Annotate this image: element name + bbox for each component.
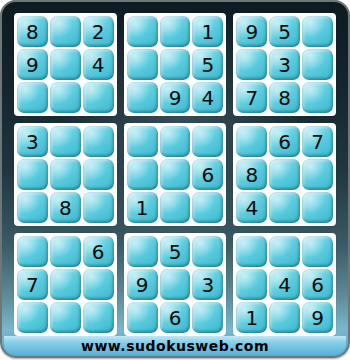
cell-r5c9[interactable] [302, 159, 333, 190]
cell-r9c8[interactable] [269, 302, 300, 333]
cell-r1c8[interactable]: 5 [269, 16, 300, 47]
cell-r5c6[interactable]: 6 [192, 159, 223, 190]
box-3: 38 [14, 123, 117, 226]
cell-r2c9[interactable] [302, 49, 333, 80]
cell-r2c5[interactable] [160, 49, 191, 80]
cell-r1c3[interactable]: 2 [83, 16, 114, 47]
cell-r7c4[interactable] [127, 236, 158, 267]
cell-r6c6[interactable] [192, 192, 223, 223]
cell-r9c5[interactable]: 6 [160, 302, 191, 333]
cell-r4c7[interactable] [236, 126, 267, 157]
cell-r8c2[interactable] [50, 269, 81, 300]
cell-r4c1[interactable]: 3 [17, 126, 48, 157]
cell-r9c3[interactable] [83, 302, 114, 333]
box-1: 1594 [124, 13, 227, 116]
cell-r2c7[interactable] [236, 49, 267, 80]
cell-r9c4[interactable] [127, 302, 158, 333]
website-url[interactable]: www.sudokusweb.com [81, 338, 269, 354]
cell-r1c6[interactable]: 1 [192, 16, 223, 47]
cell-r6c5[interactable] [160, 192, 191, 223]
cell-r1c7[interactable]: 9 [236, 16, 267, 47]
cell-r1c9[interactable] [302, 16, 333, 47]
cell-r4c4[interactable] [127, 126, 158, 157]
cell-r1c5[interactable] [160, 16, 191, 47]
cell-r2c4[interactable] [127, 49, 158, 80]
box-5: 6784 [233, 123, 336, 226]
cell-r3c7[interactable]: 7 [236, 82, 267, 113]
cell-r6c4[interactable]: 1 [127, 192, 158, 223]
sudoku-puzzle-image: 8294 1594 95378 38 61 6784 67 5936 4619 … [0, 0, 350, 360]
cell-r3c6[interactable]: 4 [192, 82, 223, 113]
cell-r2c1[interactable]: 9 [17, 49, 48, 80]
cell-r5c3[interactable] [83, 159, 114, 190]
cell-r9c2[interactable] [50, 302, 81, 333]
cell-r7c8[interactable] [269, 236, 300, 267]
cell-r5c5[interactable] [160, 159, 191, 190]
cell-r8c3[interactable] [83, 269, 114, 300]
box-2: 95378 [233, 13, 336, 116]
cell-r4c3[interactable] [83, 126, 114, 157]
box-8: 4619 [233, 233, 336, 336]
cell-r8c6[interactable]: 3 [192, 269, 223, 300]
cell-r1c2[interactable] [50, 16, 81, 47]
cell-r4c6[interactable] [192, 126, 223, 157]
cell-r7c2[interactable] [50, 236, 81, 267]
cell-r8c9[interactable]: 6 [302, 269, 333, 300]
cell-r4c9[interactable]: 7 [302, 126, 333, 157]
cell-r8c1[interactable]: 7 [17, 269, 48, 300]
cell-r6c8[interactable] [269, 192, 300, 223]
cell-r4c2[interactable] [50, 126, 81, 157]
cell-r9c6[interactable] [192, 302, 223, 333]
cell-r8c8[interactable]: 4 [269, 269, 300, 300]
cell-r9c1[interactable] [17, 302, 48, 333]
box-0: 8294 [14, 13, 117, 116]
footer-band: www.sudokusweb.com [4, 336, 346, 355]
cell-r3c9[interactable] [302, 82, 333, 113]
cell-r7c3[interactable]: 6 [83, 236, 114, 267]
cell-r4c5[interactable] [160, 126, 191, 157]
cell-r7c6[interactable] [192, 236, 223, 267]
cell-r7c7[interactable] [236, 236, 267, 267]
cell-r9c7[interactable]: 1 [236, 302, 267, 333]
cell-r3c8[interactable]: 8 [269, 82, 300, 113]
cell-r3c3[interactable] [83, 82, 114, 113]
cell-r5c7[interactable]: 8 [236, 159, 267, 190]
cell-r6c3[interactable] [83, 192, 114, 223]
cell-r2c8[interactable]: 3 [269, 49, 300, 80]
cell-r6c9[interactable] [302, 192, 333, 223]
cell-r8c5[interactable] [160, 269, 191, 300]
cell-r1c4[interactable] [127, 16, 158, 47]
cell-r3c5[interactable]: 9 [160, 82, 191, 113]
box-6: 67 [14, 233, 117, 336]
cell-r6c2[interactable]: 8 [50, 192, 81, 223]
cell-r5c8[interactable] [269, 159, 300, 190]
cell-r7c1[interactable] [17, 236, 48, 267]
cell-r6c1[interactable] [17, 192, 48, 223]
cell-r5c1[interactable] [17, 159, 48, 190]
cell-r1c1[interactable]: 8 [17, 16, 48, 47]
box-7: 5936 [124, 233, 227, 336]
cell-r6c7[interactable]: 4 [236, 192, 267, 223]
cell-r2c6[interactable]: 5 [192, 49, 223, 80]
cell-r7c5[interactable]: 5 [160, 236, 191, 267]
sudoku-board: 8294 1594 95378 38 61 6784 67 5936 4619 [14, 13, 336, 336]
cell-r5c4[interactable] [127, 159, 158, 190]
cell-r3c1[interactable] [17, 82, 48, 113]
cell-r9c9[interactable]: 9 [302, 302, 333, 333]
box-4: 61 [124, 123, 227, 226]
cell-r7c9[interactable] [302, 236, 333, 267]
cell-r2c3[interactable]: 4 [83, 49, 114, 80]
cell-r3c4[interactable] [127, 82, 158, 113]
cell-r3c2[interactable] [50, 82, 81, 113]
cell-r4c8[interactable]: 6 [269, 126, 300, 157]
cell-r2c2[interactable] [50, 49, 81, 80]
cell-r5c2[interactable] [50, 159, 81, 190]
cell-r8c7[interactable] [236, 269, 267, 300]
cell-r8c4[interactable]: 9 [127, 269, 158, 300]
